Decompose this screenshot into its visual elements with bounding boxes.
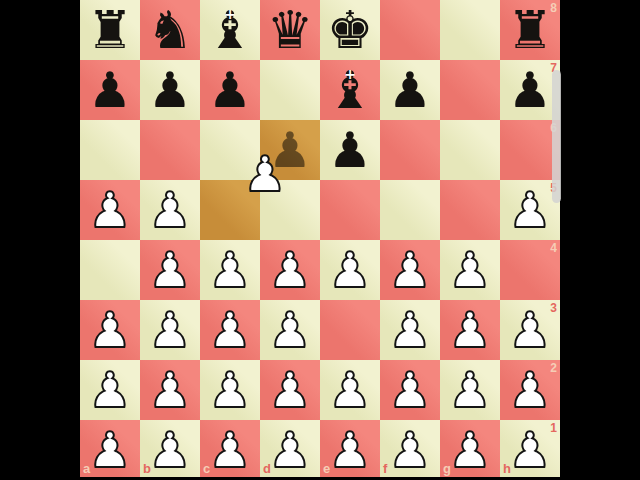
black-pawn[interactable]: ♟	[500, 60, 560, 120]
white-pawn[interactable]: ♟	[140, 240, 200, 300]
square-c8[interactable]: ♝+	[200, 0, 260, 60]
square-a1[interactable]: ♟a	[80, 420, 140, 480]
white-pawn[interactable]: ♟	[320, 240, 380, 300]
square-a7[interactable]: ♟	[80, 60, 140, 120]
square-b5[interactable]: ♟	[140, 180, 200, 240]
square-g5[interactable]	[440, 180, 500, 240]
square-a3[interactable]: ♟	[80, 300, 140, 360]
white-pawn[interactable]: ♟	[200, 420, 260, 480]
square-h3[interactable]: ♟3	[500, 300, 560, 360]
white-pawn[interactable]: ♟	[440, 240, 500, 300]
square-g2[interactable]: ♟	[440, 360, 500, 420]
square-h6[interactable]: 6	[500, 120, 560, 180]
square-e4[interactable]: ♟	[320, 240, 380, 300]
black-rook[interactable]: ♜	[80, 0, 140, 60]
black-pawn[interactable]: ♟	[80, 60, 140, 120]
square-h4[interactable]: 4	[500, 240, 560, 300]
white-pawn[interactable]: ♟	[140, 180, 200, 240]
square-b1[interactable]: ♟b	[140, 420, 200, 480]
square-b6[interactable]	[140, 120, 200, 180]
square-h2[interactable]: ♟2	[500, 360, 560, 420]
square-c2[interactable]: ♟	[200, 360, 260, 420]
white-pawn[interactable]: ♟	[140, 360, 200, 420]
white-pawn[interactable]: ♟	[440, 360, 500, 420]
square-f6[interactable]	[380, 120, 440, 180]
square-b8[interactable]: ♞	[140, 0, 200, 60]
square-c7[interactable]: ♟	[200, 60, 260, 120]
square-h1[interactable]: ♟1h	[500, 420, 560, 480]
square-g3[interactable]: ♟	[440, 300, 500, 360]
square-e8[interactable]: ♚	[320, 0, 380, 60]
black-bishop[interactable]: ♝+	[320, 60, 380, 120]
white-pawn[interactable]: ♟	[260, 420, 320, 480]
white-pawn[interactable]: ♟	[80, 360, 140, 420]
square-b3[interactable]: ♟	[140, 300, 200, 360]
square-f2[interactable]: ♟	[380, 360, 440, 420]
square-a2[interactable]: ♟	[80, 360, 140, 420]
white-pawn[interactable]: ♟	[200, 240, 260, 300]
white-pawn[interactable]: ♟	[440, 300, 500, 360]
square-f1[interactable]: ♟f	[380, 420, 440, 480]
rank-label-4: 4	[550, 241, 557, 255]
square-b7[interactable]: ♟	[140, 60, 200, 120]
white-pawn[interactable]: ♟	[320, 360, 380, 420]
square-d4[interactable]: ♟	[260, 240, 320, 300]
square-c4[interactable]: ♟	[200, 240, 260, 300]
square-d1[interactable]: ♟d	[260, 420, 320, 480]
black-rook[interactable]: ♜	[500, 0, 560, 60]
square-f3[interactable]: ♟	[380, 300, 440, 360]
square-e2[interactable]: ♟	[320, 360, 380, 420]
square-g8[interactable]	[440, 0, 500, 60]
square-c1[interactable]: ♟c	[200, 420, 260, 480]
white-pawn[interactable]: ♟	[380, 360, 440, 420]
moving-white-pawn[interactable]: ♟	[235, 144, 295, 204]
black-pawn[interactable]: ♟	[380, 60, 440, 120]
black-pawn[interactable]: ♟	[200, 60, 260, 120]
white-pawn[interactable]: ♟	[140, 300, 200, 360]
square-b4[interactable]: ♟	[140, 240, 200, 300]
square-g6[interactable]	[440, 120, 500, 180]
square-d8[interactable]: ♛	[260, 0, 320, 60]
square-h8[interactable]: ♜8	[500, 0, 560, 60]
square-f4[interactable]: ♟	[380, 240, 440, 300]
scroll-indicator[interactable]	[552, 70, 561, 203]
square-f8[interactable]	[380, 0, 440, 60]
white-pawn[interactable]: ♟	[260, 240, 320, 300]
square-a5[interactable]: ♟	[80, 180, 140, 240]
white-pawn[interactable]: ♟	[380, 300, 440, 360]
square-f5[interactable]	[380, 180, 440, 240]
white-pawn[interactable]: ♟	[380, 240, 440, 300]
square-h5[interactable]: ♟5	[500, 180, 560, 240]
white-pawn[interactable]: ♟	[80, 420, 140, 480]
white-pawn[interactable]: ♟	[200, 360, 260, 420]
white-pawn[interactable]: ♟	[500, 180, 560, 240]
square-e6[interactable]: ♟	[320, 120, 380, 180]
square-b2[interactable]: ♟	[140, 360, 200, 420]
square-e1[interactable]: ♟e	[320, 420, 380, 480]
chess-board: ♜♞♝+♛♚♜8♟♟♟♝+♟♟7♟♟6♟♟♟5♟♟♟♟♟♟4♟♟♟♟♟♟♟3♟♟…	[80, 0, 560, 480]
video-frame: ♜♞♝+♛♚♜8♟♟♟♝+♟♟7♟♟6♟♟♟5♟♟♟♟♟♟4♟♟♟♟♟♟♟3♟♟…	[0, 0, 640, 480]
square-d7[interactable]	[260, 60, 320, 120]
white-pawn[interactable]: ♟	[200, 300, 260, 360]
square-e5[interactable]	[320, 180, 380, 240]
white-pawn[interactable]: ♟	[440, 420, 500, 480]
white-pawn[interactable]: ♟	[80, 300, 140, 360]
white-pawn[interactable]: ♟	[260, 360, 320, 420]
square-g7[interactable]	[440, 60, 500, 120]
square-g1[interactable]: ♟g	[440, 420, 500, 480]
white-pawn[interactable]: ♟	[320, 420, 380, 480]
black-pawn[interactable]: ♟	[320, 120, 380, 180]
white-pawn[interactable]: ♟	[500, 360, 560, 420]
square-d2[interactable]: ♟	[260, 360, 320, 420]
letterbox-left	[0, 0, 80, 480]
square-e3[interactable]	[320, 300, 380, 360]
square-a8[interactable]: ♜	[80, 0, 140, 60]
white-pawn[interactable]: ♟	[80, 180, 140, 240]
black-knight[interactable]: ♞	[140, 0, 200, 60]
white-pawn[interactable]: ♟	[500, 300, 560, 360]
black-bishop[interactable]: ♝+	[200, 0, 260, 60]
square-h7[interactable]: ♟7	[500, 60, 560, 120]
black-pawn[interactable]: ♟	[140, 60, 200, 120]
bishop-cross-icon: +	[200, 7, 260, 21]
square-f7[interactable]: ♟	[380, 60, 440, 120]
square-d3[interactable]: ♟	[260, 300, 320, 360]
square-a6[interactable]	[80, 120, 140, 180]
white-pawn[interactable]: ♟	[235, 144, 295, 204]
black-king[interactable]: ♚	[320, 0, 380, 60]
black-queen[interactable]: ♛	[260, 0, 320, 60]
white-pawn[interactable]: ♟	[140, 420, 200, 480]
bishop-cross-icon: +	[320, 67, 380, 81]
square-a4[interactable]	[80, 240, 140, 300]
white-pawn[interactable]: ♟	[380, 420, 440, 480]
square-c3[interactable]: ♟	[200, 300, 260, 360]
square-e7[interactable]: ♝+	[320, 60, 380, 120]
white-pawn[interactable]: ♟	[500, 420, 560, 480]
white-pawn[interactable]: ♟	[260, 300, 320, 360]
square-g4[interactable]: ♟	[440, 240, 500, 300]
letterbox-right	[560, 0, 640, 480]
